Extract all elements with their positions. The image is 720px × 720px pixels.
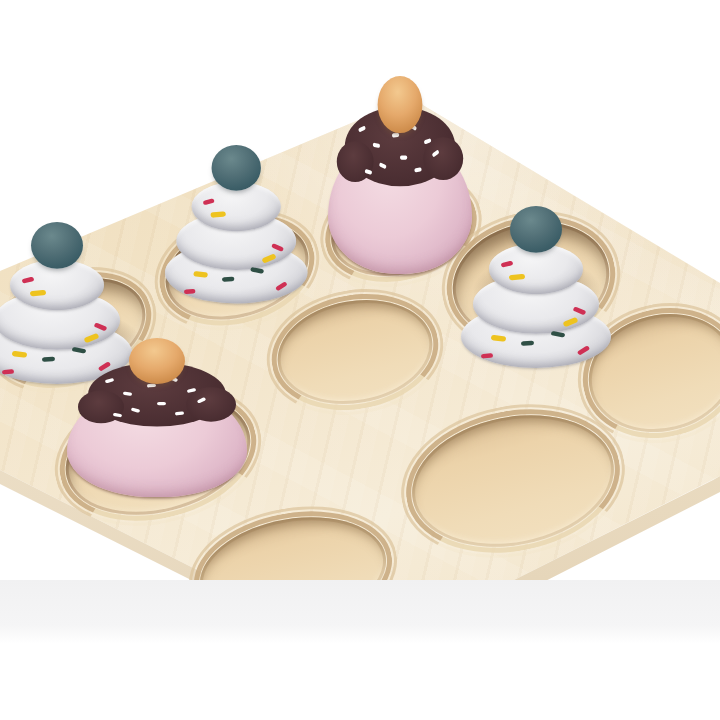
product-photo-scene xyxy=(0,0,720,720)
piece-white-cake xyxy=(165,145,308,303)
sprinkle xyxy=(157,402,166,405)
teal-knob xyxy=(31,222,83,269)
cell-r1c3 xyxy=(480,0,720,193)
board-area xyxy=(0,0,720,580)
teal-knob xyxy=(510,206,562,253)
orange-knob xyxy=(378,76,423,133)
sprinkle xyxy=(42,357,55,362)
sprinkle xyxy=(400,156,407,160)
piece-pink-scoop xyxy=(67,338,247,497)
sprinkle xyxy=(521,341,534,346)
tictactoe-board-grid xyxy=(0,0,720,580)
orange-knob xyxy=(129,338,185,384)
sprinkle xyxy=(147,384,156,388)
piece-white-cake xyxy=(461,206,611,368)
piece-pink-scoop xyxy=(328,76,472,274)
teal-knob xyxy=(212,145,261,191)
sprinkle xyxy=(222,277,235,282)
background-shadow-band xyxy=(0,580,720,644)
